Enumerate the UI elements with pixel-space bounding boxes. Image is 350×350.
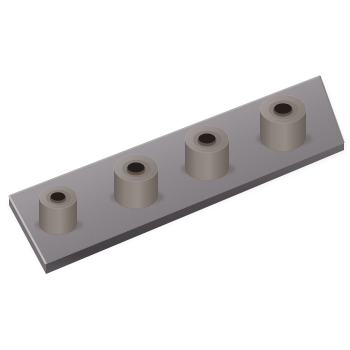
bushing-4-hole — [274, 103, 292, 113]
mounting-plate-with-bushings-photo — [0, 0, 350, 350]
product-photo-canvas — [0, 0, 350, 350]
bushing-1-hole — [51, 192, 66, 201]
bushing-2-hole — [127, 163, 144, 173]
bushing-3-hole — [198, 134, 215, 144]
